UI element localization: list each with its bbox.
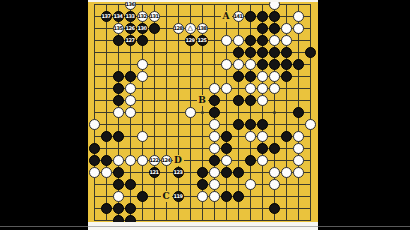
white-stone xyxy=(221,59,232,70)
black-stone xyxy=(137,35,148,46)
white-stone xyxy=(221,83,232,94)
white-stone xyxy=(293,143,304,154)
white-stone: △ xyxy=(185,23,196,34)
black-stone xyxy=(281,59,292,70)
white-stone xyxy=(269,71,280,82)
black-stone xyxy=(257,119,268,130)
move-number: 134 xyxy=(113,14,122,19)
white-stone xyxy=(209,191,220,202)
black-stone xyxy=(221,191,232,202)
point-label-A: A xyxy=(221,11,232,22)
white-stone: 122 xyxy=(149,155,160,166)
white-stone xyxy=(125,107,136,118)
black-stone: 126 xyxy=(125,23,136,34)
white-stone xyxy=(257,155,268,166)
black-stone xyxy=(269,59,280,70)
white-stone xyxy=(281,35,292,46)
black-stone xyxy=(257,47,268,58)
black-stone xyxy=(221,131,232,142)
black-stone xyxy=(281,131,292,142)
white-stone xyxy=(245,59,256,70)
black-stone xyxy=(101,131,112,142)
black-stone xyxy=(221,143,232,154)
black-stone xyxy=(125,203,136,214)
move-number: 119 xyxy=(173,194,182,199)
black-stone: 127 xyxy=(125,35,136,46)
black-stone xyxy=(281,71,292,82)
black-stone: 123 xyxy=(173,167,184,178)
move-number: 136 xyxy=(125,2,134,7)
move-number: 121 xyxy=(149,170,158,175)
black-stone: 134 xyxy=(113,11,124,22)
white-stone xyxy=(269,179,280,190)
point-label-D: D xyxy=(173,155,184,166)
white-stone xyxy=(221,155,232,166)
white-stone xyxy=(269,83,280,94)
black-stone xyxy=(89,143,100,154)
white-stone xyxy=(233,35,244,46)
white-stone: 141 xyxy=(233,11,244,22)
black-stone: 137 xyxy=(101,11,112,22)
move-number: 126 xyxy=(125,26,134,31)
black-stone xyxy=(233,95,244,106)
black-stone xyxy=(113,83,124,94)
white-stone xyxy=(293,131,304,142)
black-stone xyxy=(257,11,268,22)
move-number: 135 xyxy=(113,26,122,31)
black-stone xyxy=(125,215,136,223)
black-stone xyxy=(257,23,268,34)
black-stone xyxy=(113,215,124,223)
black-stone xyxy=(113,179,124,190)
black-stone xyxy=(269,23,280,34)
black-stone: 130 xyxy=(137,23,148,34)
black-stone xyxy=(233,47,244,58)
white-stone: 138 xyxy=(197,23,208,34)
white-stone xyxy=(281,167,292,178)
black-stone xyxy=(269,143,280,154)
white-stone xyxy=(257,131,268,142)
move-number: 128 xyxy=(173,26,182,31)
black-stone xyxy=(245,71,256,82)
white-stone xyxy=(269,35,280,46)
move-number: 122 xyxy=(149,158,158,163)
black-stone xyxy=(281,47,292,58)
black-stone xyxy=(113,131,124,142)
white-stone xyxy=(293,11,304,22)
black-stone xyxy=(269,47,280,58)
white-stone xyxy=(209,167,220,178)
point-label-C: C xyxy=(161,191,172,202)
white-stone xyxy=(305,119,316,130)
black-stone xyxy=(269,203,280,214)
white-stone xyxy=(197,191,208,202)
point-label-B: B xyxy=(197,95,208,106)
white-stone: 131 xyxy=(149,11,160,22)
black-stone xyxy=(245,47,256,58)
white-stone: 132 xyxy=(137,11,148,22)
white-stone: 128 xyxy=(173,23,184,34)
black-stone xyxy=(221,167,232,178)
white-stone xyxy=(113,155,124,166)
white-stone xyxy=(209,179,220,190)
black-stone xyxy=(125,71,136,82)
black-stone xyxy=(149,23,160,34)
black-stone xyxy=(269,11,280,22)
white-stone xyxy=(113,107,124,118)
black-stone xyxy=(197,179,208,190)
move-number: 127 xyxy=(125,38,134,43)
black-stone xyxy=(245,155,256,166)
black-stone xyxy=(245,95,256,106)
black-stone xyxy=(233,167,244,178)
white-stone xyxy=(233,59,244,70)
white-stone xyxy=(137,59,148,70)
white-stone xyxy=(113,191,124,202)
grid-line-horizontal xyxy=(94,124,311,125)
black-stone xyxy=(197,167,208,178)
black-stone xyxy=(113,203,124,214)
black-stone xyxy=(245,35,256,46)
white-stone xyxy=(137,131,148,142)
move-number: 124 xyxy=(161,158,170,163)
triangle-mark: △ xyxy=(188,25,193,32)
black-stone xyxy=(209,155,220,166)
black-stone: 129 xyxy=(185,35,196,46)
move-number: 131 xyxy=(149,14,158,19)
black-stone xyxy=(125,179,136,190)
move-number: 125 xyxy=(197,38,206,43)
white-stone: 124 xyxy=(161,155,172,166)
white-stone xyxy=(257,95,268,106)
move-number: 132 xyxy=(137,14,146,19)
black-stone xyxy=(257,35,268,46)
white-stone xyxy=(125,95,136,106)
white-stone xyxy=(209,143,220,154)
black-stone xyxy=(113,167,124,178)
white-stone xyxy=(293,23,304,34)
white-stone xyxy=(281,23,292,34)
hoshi-point xyxy=(273,111,276,114)
move-number: 137 xyxy=(101,14,110,19)
black-stone: 121 xyxy=(149,167,160,178)
black-stone xyxy=(257,59,268,70)
white-stone xyxy=(245,179,256,190)
move-number: 129 xyxy=(185,38,194,43)
black-stone xyxy=(245,119,256,130)
black-stone xyxy=(113,71,124,82)
go-diagram-panel: 136137134133132131141135126130128△138127… xyxy=(88,0,318,230)
black-stone xyxy=(101,155,112,166)
go-board[interactable]: 136137134133132131141135126130128△138127… xyxy=(88,2,318,222)
white-stone xyxy=(209,131,220,142)
black-stone xyxy=(209,95,220,106)
grid-line-horizontal xyxy=(94,136,311,137)
white-stone xyxy=(125,155,136,166)
white-stone: 136 xyxy=(125,2,136,10)
white-stone xyxy=(185,107,196,118)
white-stone xyxy=(209,119,220,130)
bottom-divider-line xyxy=(0,226,410,227)
black-stone xyxy=(293,107,304,118)
black-stone xyxy=(233,71,244,82)
white-stone: 135 xyxy=(113,23,124,34)
move-number: 123 xyxy=(173,170,182,175)
move-number: 133 xyxy=(125,14,134,19)
black-stone xyxy=(113,95,124,106)
screenshot-root: 136137134133132131141135126130128△138127… xyxy=(0,0,410,230)
white-stone xyxy=(269,167,280,178)
white-stone xyxy=(293,167,304,178)
black-stone xyxy=(305,47,316,58)
black-stone xyxy=(233,119,244,130)
black-stone xyxy=(101,203,112,214)
white-stone xyxy=(293,155,304,166)
white-stone xyxy=(245,131,256,142)
black-stone xyxy=(209,107,220,118)
black-stone xyxy=(257,143,268,154)
move-number: 138 xyxy=(197,26,206,31)
white-stone xyxy=(125,83,136,94)
black-stone xyxy=(89,155,100,166)
black-stone: 125 xyxy=(197,35,208,46)
move-number: 141 xyxy=(233,14,242,19)
white-stone xyxy=(221,35,232,46)
black-stone xyxy=(293,59,304,70)
white-stone xyxy=(101,167,112,178)
white-stone xyxy=(257,83,268,94)
white-stone xyxy=(89,119,100,130)
black-stone: 133 xyxy=(125,11,136,22)
black-stone xyxy=(113,35,124,46)
white-stone xyxy=(257,71,268,82)
black-stone xyxy=(137,191,148,202)
white-stone xyxy=(137,155,148,166)
move-number: 130 xyxy=(137,26,146,31)
black-stone xyxy=(233,191,244,202)
grid-line-vertical xyxy=(310,4,311,221)
black-stone: 119 xyxy=(173,191,184,202)
black-stone xyxy=(245,11,256,22)
white-stone xyxy=(89,167,100,178)
white-stone xyxy=(137,71,148,82)
hoshi-point xyxy=(201,111,204,114)
white-stone xyxy=(209,83,220,94)
white-stone xyxy=(245,83,256,94)
white-stone xyxy=(269,2,280,10)
